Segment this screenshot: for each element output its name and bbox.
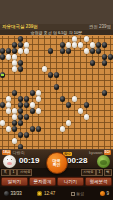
white-stone xyxy=(6,126,12,132)
white-stone xyxy=(36,96,42,102)
black-stone xyxy=(102,90,108,96)
white-stone xyxy=(72,36,78,42)
black-stone xyxy=(12,126,18,132)
move-counter: 33/33 xyxy=(11,191,22,196)
white-stone xyxy=(0,120,5,126)
black-stone xyxy=(12,42,18,48)
black-stone xyxy=(18,120,24,126)
black-stone xyxy=(18,102,24,108)
white-stone xyxy=(12,108,18,114)
star-point xyxy=(92,128,94,130)
black-stone xyxy=(0,72,5,78)
black-stone xyxy=(18,66,24,72)
black-stone xyxy=(102,54,108,60)
black-stone xyxy=(36,126,42,132)
black-stone xyxy=(24,114,30,120)
black-stone xyxy=(30,108,36,114)
black-stone xyxy=(96,42,102,48)
black-player-avatar-icon[interactable] xyxy=(97,155,110,168)
text-relay-button[interactable]: 문자중계 xyxy=(29,177,56,186)
black-stone xyxy=(18,96,24,102)
checkbox-icon[interactable] xyxy=(71,192,75,196)
sound-toggle-item[interactable]: 음성 xyxy=(71,191,85,196)
white-stone xyxy=(66,120,72,126)
black-stone xyxy=(0,54,5,60)
star-point xyxy=(20,128,22,130)
black-stone xyxy=(90,60,96,66)
black-capture-group: 흑 1 사석:0 xyxy=(1,169,32,176)
orange-stone-icon xyxy=(100,191,105,196)
black-stone xyxy=(60,42,66,48)
white-capture-group: 사석:0 1 백 xyxy=(81,169,112,176)
white-stone xyxy=(12,54,18,60)
spectator-count-item: 9 xyxy=(100,191,109,196)
black-color-label: 흑 xyxy=(1,169,10,176)
white-stone xyxy=(36,90,42,96)
white-stone xyxy=(60,126,66,132)
spectator-count: 9 xyxy=(106,191,109,196)
black-stone xyxy=(66,48,72,54)
black-stone xyxy=(102,42,108,48)
black-stone-icon xyxy=(4,191,9,196)
white-player-info: 18급 다람쥐 xyxy=(2,150,24,155)
black-stone xyxy=(84,102,90,108)
white-stone xyxy=(6,108,12,114)
black-stone xyxy=(48,72,54,78)
white-color-label: 백 xyxy=(104,169,113,176)
black-rank-badge: 5단 xyxy=(104,150,111,155)
white-player-name: 다람쥐 xyxy=(12,150,24,155)
white-stone xyxy=(78,42,84,48)
white-stone xyxy=(18,48,24,54)
white-stone xyxy=(78,108,84,114)
avatar-eye-icon xyxy=(7,159,8,160)
black-stone xyxy=(12,48,18,54)
white-stone xyxy=(36,108,42,114)
black-player-name: kyuwon xyxy=(89,150,103,155)
go-board-grid[interactable] xyxy=(0,36,113,149)
black-player-info: kyuwon 5단 xyxy=(89,150,111,155)
white-stone xyxy=(12,114,18,120)
black-stone xyxy=(30,126,36,132)
analysis-button[interactable]: 형세분석 xyxy=(85,177,112,186)
bottom-status-bar: 33/33 12:47 음성 9 xyxy=(0,187,113,200)
star-point xyxy=(20,92,22,94)
black-player-clock: 00:28 xyxy=(67,156,87,165)
white-capture-count: 1 xyxy=(96,169,103,176)
go-board[interactable] xyxy=(0,35,113,149)
black-stone xyxy=(24,102,30,108)
black-stone xyxy=(24,132,30,138)
confirm-button-label: 확인 xyxy=(53,163,61,168)
black-stone xyxy=(18,36,24,42)
game-confirm-button[interactable]: 대국 확인 xyxy=(46,152,68,174)
white-stone xyxy=(84,36,90,42)
black-stone xyxy=(12,120,18,126)
black-stone xyxy=(60,48,66,54)
star-point xyxy=(92,92,94,94)
time-item: 12:47 xyxy=(37,191,55,196)
black-stone xyxy=(54,84,60,90)
white-stone xyxy=(72,96,78,102)
black-stone xyxy=(102,60,108,66)
star-point xyxy=(20,56,22,58)
move-counter-item: 33/33 xyxy=(4,191,22,196)
action-button-row: 말하기 문자중계 나가기 형세분석 xyxy=(0,176,113,187)
white-stone xyxy=(72,42,78,48)
white-prisoners-label: 사석:0 xyxy=(81,169,96,176)
star-point xyxy=(92,56,94,58)
star-point xyxy=(56,128,58,130)
black-stone xyxy=(60,96,66,102)
black-stone xyxy=(24,96,30,102)
white-stone xyxy=(12,66,18,72)
pig-nose-icon xyxy=(7,162,12,166)
white-stone xyxy=(66,42,72,48)
black-stone xyxy=(96,48,102,54)
black-stone xyxy=(18,108,24,114)
white-stone xyxy=(84,48,90,54)
white-stone xyxy=(12,60,18,66)
avatar-eye-icon xyxy=(11,159,12,160)
white-stone xyxy=(24,48,30,54)
black-stone xyxy=(90,48,96,54)
turtle-shell-icon xyxy=(100,160,107,165)
top-header-space xyxy=(0,0,113,24)
white-stone xyxy=(6,54,12,60)
elapsed-time: 12:47 xyxy=(44,191,55,196)
leave-button[interactable]: 나가기 xyxy=(57,177,84,186)
white-stone xyxy=(24,42,30,48)
black-prisoners-label: 사석:0 xyxy=(17,169,32,176)
black-stone xyxy=(18,114,24,120)
white-player-avatar-icon[interactable] xyxy=(3,155,16,168)
black-stone xyxy=(6,48,12,54)
black-stone xyxy=(66,102,72,108)
black-stone xyxy=(18,42,24,48)
white-player-clock: 00:19 xyxy=(19,156,39,165)
star-point xyxy=(56,56,58,58)
black-stone xyxy=(54,72,60,78)
black-stone xyxy=(12,90,18,96)
black-stone xyxy=(30,90,36,96)
clock-icon xyxy=(37,191,42,196)
white-stone xyxy=(6,102,12,108)
star-point xyxy=(56,92,58,94)
go-app-screen: 자유대국실 239번 관전 239명 승점급 호선 덤 6.5집 각 10분 1… xyxy=(0,0,113,200)
white-stone xyxy=(90,42,96,48)
white-stone xyxy=(12,138,18,144)
white-stone xyxy=(30,102,36,108)
black-stone xyxy=(48,48,54,54)
black-stone xyxy=(0,102,5,108)
black-capture-count: 1 xyxy=(10,169,17,176)
white-stone xyxy=(6,96,12,102)
black-stone xyxy=(18,132,24,138)
black-stone xyxy=(0,48,5,54)
black-stone xyxy=(18,60,24,66)
last-move-marker xyxy=(1,74,4,77)
sound-toggle-label: 음성 xyxy=(76,191,84,196)
white-stone xyxy=(84,114,90,120)
white-stone xyxy=(42,66,48,72)
chat-button[interactable]: 말하기 xyxy=(1,177,28,186)
black-stone xyxy=(108,54,113,60)
